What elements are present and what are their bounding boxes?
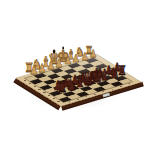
piece-white-pawn[interactable]: ♟ bbox=[55, 58, 63, 69]
finial-tip bbox=[62, 46, 64, 49]
piece-black-rook[interactable]: ♜ bbox=[57, 81, 68, 96]
piece-white-pawn[interactable]: ♟ bbox=[64, 56, 72, 67]
piece-white-pawn[interactable]: ♟ bbox=[90, 49, 98, 59]
chess-set-photo: ♜♞♝♛♚♝♞♜♟♟♟♟♟♟♟♟♟♟♟♟♟♟♟♟♜♞♝♛♚♝♞♜ bbox=[0, 0, 150, 150]
piece-white-pawn[interactable]: ♟ bbox=[72, 53, 80, 64]
piece-white-pawn[interactable]: ♟ bbox=[38, 63, 47, 75]
piece-white-pawn[interactable]: ♟ bbox=[81, 51, 89, 61]
piece-white-pawn[interactable]: ♟ bbox=[46, 61, 55, 72]
finial-tip bbox=[53, 50, 55, 53]
piece-white-pawn[interactable]: ♟ bbox=[29, 65, 38, 77]
